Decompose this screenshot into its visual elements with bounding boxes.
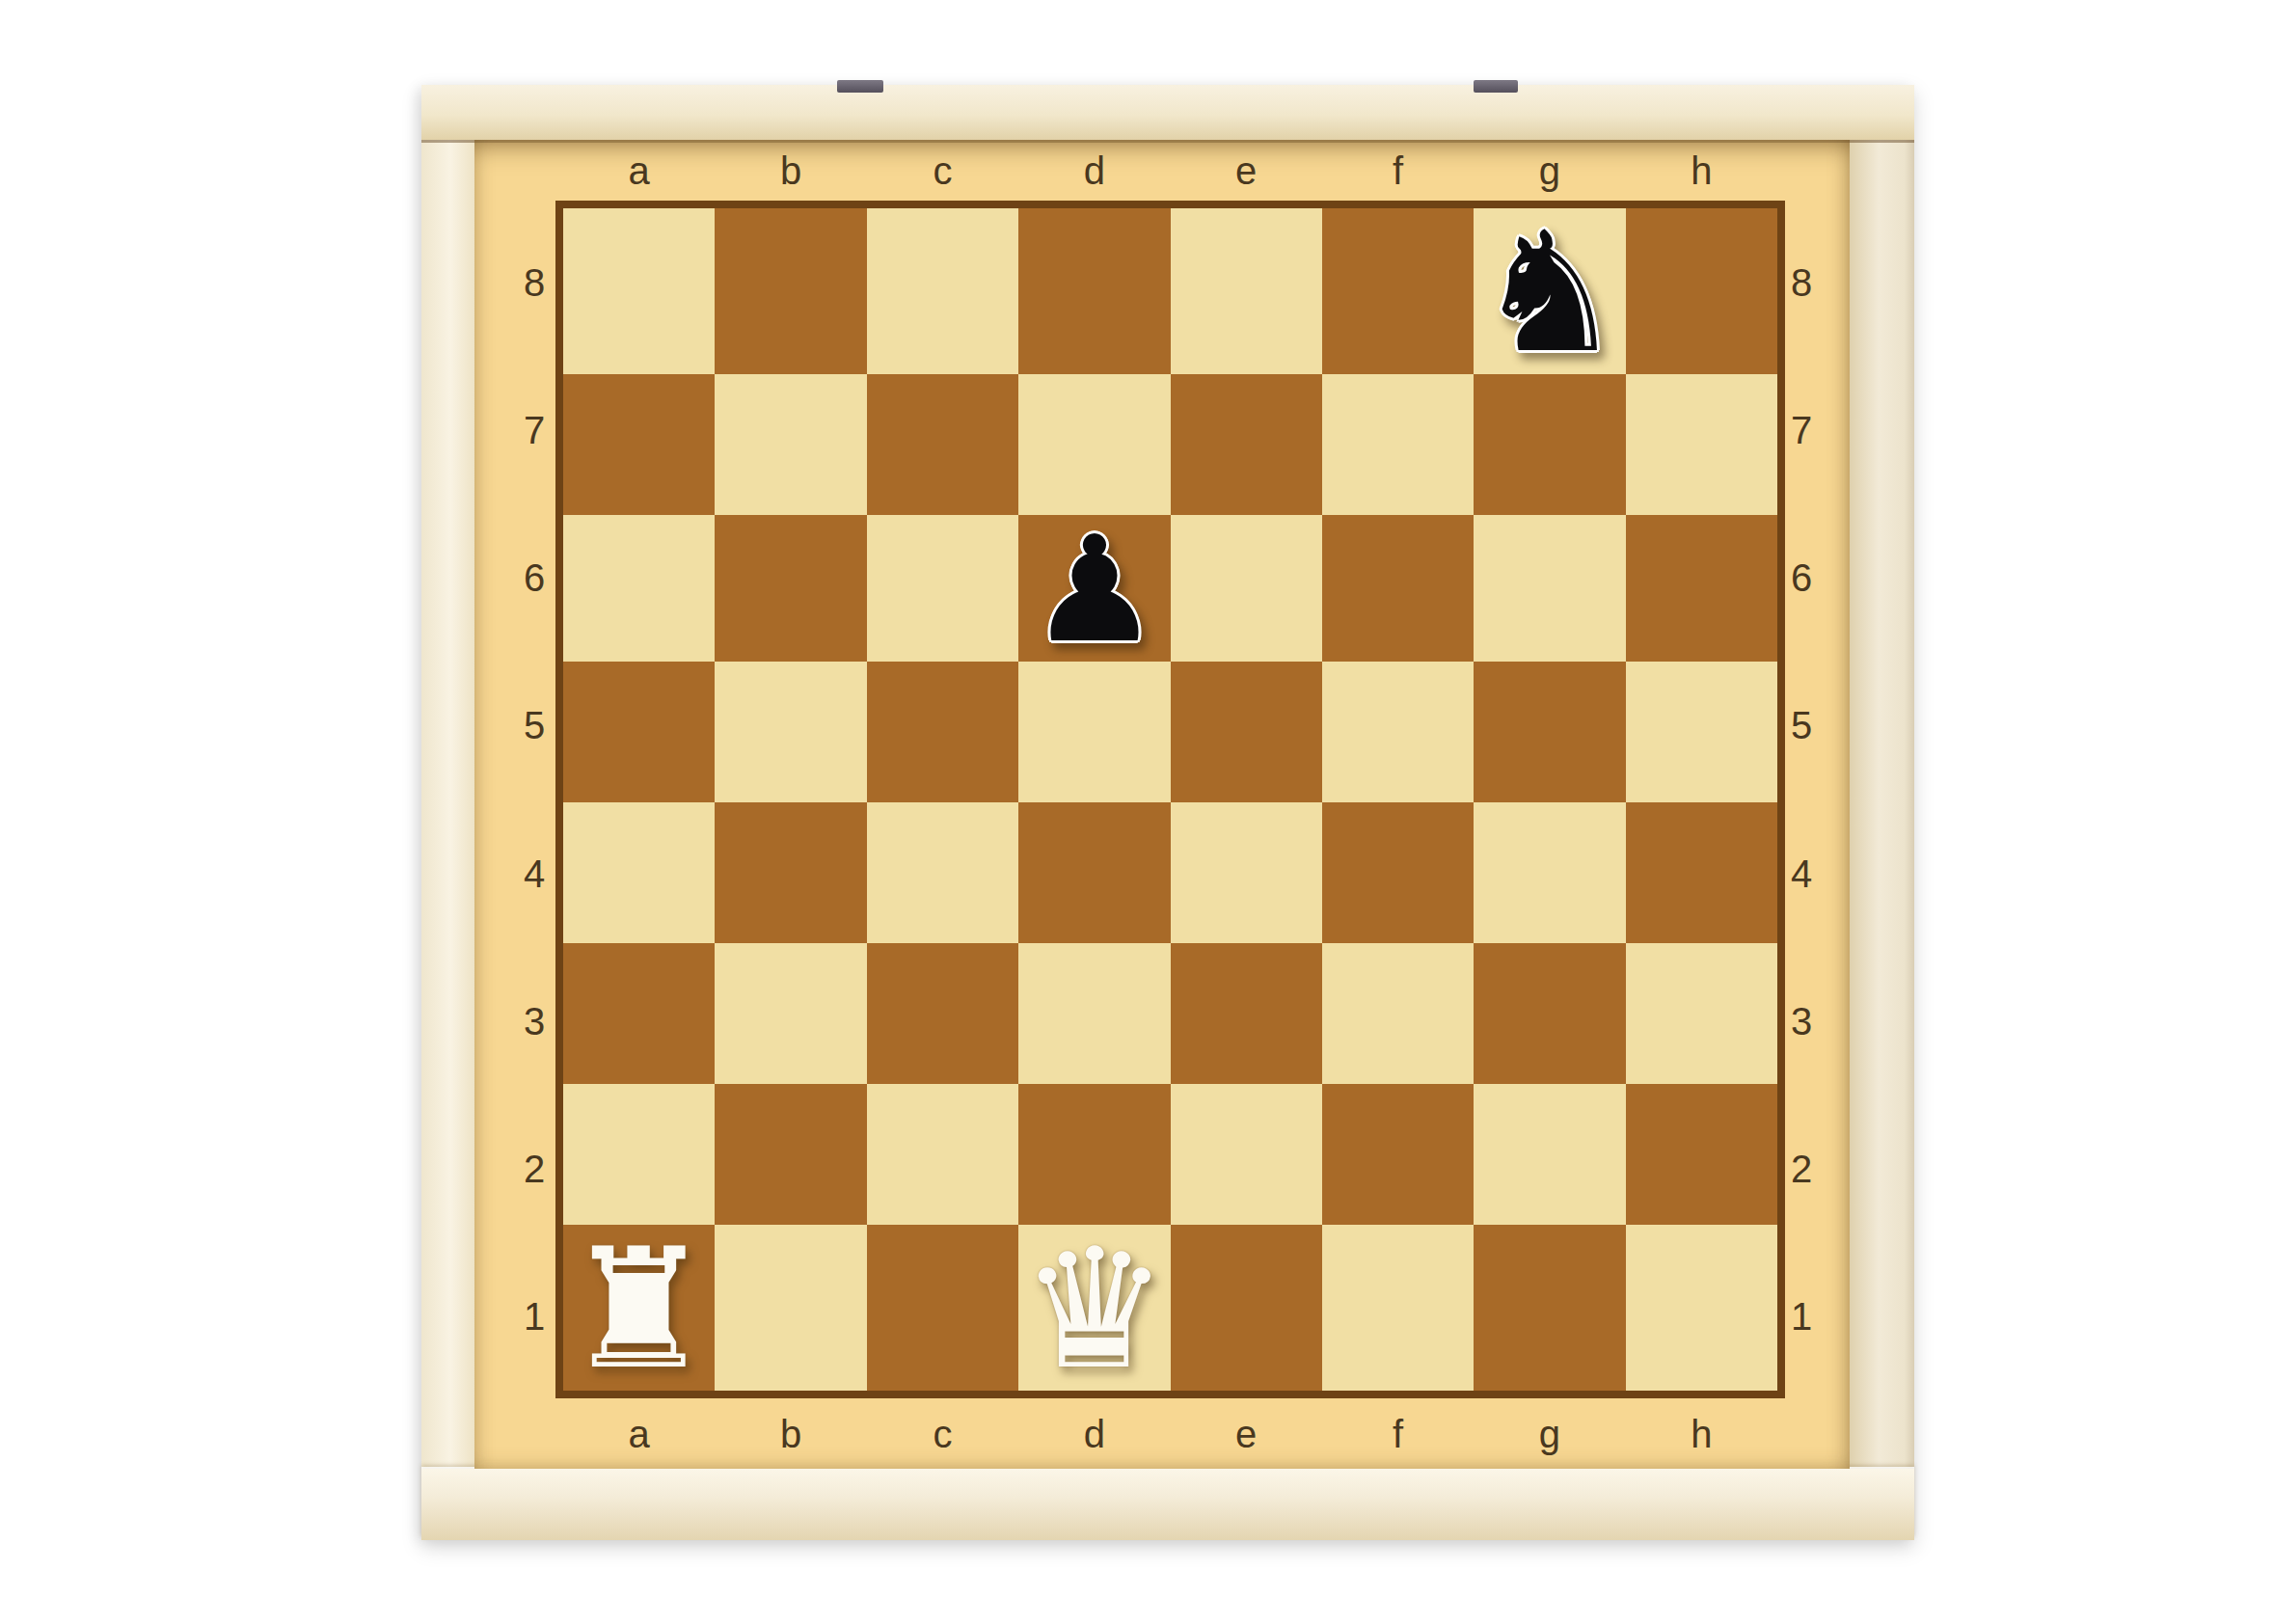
- square-f1[interactable]: [1322, 1225, 1474, 1391]
- square-g7[interactable]: [1474, 374, 1625, 515]
- file-label-h: h: [1626, 1415, 1777, 1453]
- square-e2[interactable]: [1171, 1084, 1322, 1225]
- square-g2[interactable]: [1474, 1084, 1625, 1225]
- square-e5[interactable]: [1171, 662, 1322, 802]
- file-label-g: g: [1474, 151, 1625, 190]
- chess-board: ♞♟♜♛: [563, 208, 1777, 1391]
- file-label-a: a: [563, 1415, 715, 1453]
- file-label-d: d: [1018, 1415, 1170, 1453]
- board-face: abcdefgh abcdefgh 87654321 87654321 ♞♟♜♛: [474, 140, 1850, 1469]
- square-h7[interactable]: [1626, 374, 1777, 515]
- square-d3[interactable]: [1018, 943, 1170, 1084]
- file-label-e: e: [1171, 151, 1322, 190]
- file-labels-bottom: abcdefgh: [563, 1409, 1777, 1459]
- square-a2[interactable]: [563, 1084, 715, 1225]
- square-a6[interactable]: [563, 515, 715, 662]
- file-label-h: h: [1626, 151, 1777, 190]
- file-label-b: b: [715, 1415, 866, 1453]
- file-label-c: c: [867, 1415, 1018, 1453]
- rank-labels-right: 87654321: [1785, 208, 1818, 1391]
- square-d4[interactable]: [1018, 802, 1170, 943]
- square-g8[interactable]: ♞: [1474, 208, 1625, 374]
- square-e7[interactable]: [1171, 374, 1322, 515]
- square-d1[interactable]: ♛: [1018, 1225, 1170, 1391]
- file-label-a: a: [563, 151, 715, 190]
- square-f4[interactable]: [1322, 802, 1474, 943]
- square-a7[interactable]: [563, 374, 715, 515]
- white-queen-d1[interactable]: ♛: [1020, 1227, 1169, 1393]
- square-a3[interactable]: [563, 943, 715, 1084]
- square-a8[interactable]: [563, 208, 715, 374]
- square-g4[interactable]: [1474, 802, 1625, 943]
- square-c8[interactable]: [867, 208, 1018, 374]
- frame-rail-left: [421, 85, 474, 1540]
- square-f7[interactable]: [1322, 374, 1474, 515]
- rank-label-7: 7: [1785, 356, 1818, 503]
- square-e3[interactable]: [1171, 943, 1322, 1084]
- square-e8[interactable]: [1171, 208, 1322, 374]
- square-f6[interactable]: [1322, 515, 1474, 662]
- rank-label-4: 4: [1785, 799, 1818, 947]
- square-b7[interactable]: [715, 374, 866, 515]
- square-c6[interactable]: [867, 515, 1018, 662]
- screenshot-canvas: abcdefgh abcdefgh 87654321 87654321 ♞♟♜♛: [0, 0, 2273, 1624]
- wooden-frame: abcdefgh abcdefgh 87654321 87654321 ♞♟♜♛: [421, 85, 1914, 1540]
- square-h3[interactable]: [1626, 943, 1777, 1084]
- rank-label-2: 2: [1785, 1096, 1818, 1243]
- frame-rail-bottom: [421, 1469, 1914, 1540]
- file-label-g: g: [1474, 1415, 1625, 1453]
- hanger-hardware-icon: [1474, 80, 1518, 93]
- rank-label-6: 6: [1785, 504, 1818, 652]
- file-labels-top: abcdefgh: [563, 148, 1777, 194]
- frame-rail-top: [421, 85, 1914, 140]
- white-rook-a1[interactable]: ♜: [565, 1227, 714, 1393]
- rank-label-3: 3: [1785, 947, 1818, 1095]
- square-e6[interactable]: [1171, 515, 1322, 662]
- square-b2[interactable]: [715, 1084, 866, 1225]
- square-h8[interactable]: [1626, 208, 1777, 374]
- square-c1[interactable]: [867, 1225, 1018, 1391]
- square-e4[interactable]: [1171, 802, 1322, 943]
- square-h5[interactable]: [1626, 662, 1777, 802]
- square-d5[interactable]: [1018, 662, 1170, 802]
- square-f3[interactable]: [1322, 943, 1474, 1084]
- file-label-f: f: [1322, 151, 1474, 190]
- rank-label-1: 1: [1785, 1243, 1818, 1391]
- file-label-f: f: [1322, 1415, 1474, 1453]
- square-b8[interactable]: [715, 208, 866, 374]
- square-g5[interactable]: [1474, 662, 1625, 802]
- square-h1[interactable]: [1626, 1225, 1777, 1391]
- square-d2[interactable]: [1018, 1084, 1170, 1225]
- rank-label-5: 5: [1785, 652, 1818, 799]
- square-g6[interactable]: [1474, 515, 1625, 662]
- square-a5[interactable]: [563, 662, 715, 802]
- square-d8[interactable]: [1018, 208, 1170, 374]
- square-c5[interactable]: [867, 662, 1018, 802]
- square-c3[interactable]: [867, 943, 1018, 1084]
- board-border: ♞♟♜♛: [555, 201, 1785, 1398]
- square-b6[interactable]: [715, 515, 866, 662]
- black-pawn-d6[interactable]: ♟: [1029, 517, 1160, 663]
- square-c2[interactable]: [867, 1084, 1018, 1225]
- square-e1[interactable]: [1171, 1225, 1322, 1391]
- square-b1[interactable]: [715, 1225, 866, 1391]
- square-c7[interactable]: [867, 374, 1018, 515]
- rank-label-8: 8: [1785, 208, 1818, 356]
- square-c4[interactable]: [867, 802, 1018, 943]
- square-b3[interactable]: [715, 943, 866, 1084]
- square-f8[interactable]: [1322, 208, 1474, 374]
- square-h4[interactable]: [1626, 802, 1777, 943]
- hanger-hardware-icon: [837, 80, 883, 93]
- file-label-d: d: [1018, 151, 1170, 190]
- square-g1[interactable]: [1474, 1225, 1625, 1391]
- frame-rail-right: [1850, 85, 1914, 1540]
- square-h2[interactable]: [1626, 1084, 1777, 1225]
- file-label-e: e: [1171, 1415, 1322, 1453]
- square-h6[interactable]: [1626, 515, 1777, 662]
- file-label-b: b: [715, 151, 866, 190]
- square-a4[interactable]: [563, 802, 715, 943]
- square-f2[interactable]: [1322, 1084, 1474, 1225]
- square-f5[interactable]: [1322, 662, 1474, 802]
- square-b4[interactable]: [715, 802, 866, 943]
- black-knight-g8[interactable]: ♞: [1475, 210, 1624, 376]
- square-g3[interactable]: [1474, 943, 1625, 1084]
- square-d7[interactable]: [1018, 374, 1170, 515]
- file-label-c: c: [867, 151, 1018, 190]
- square-a1[interactable]: ♜: [563, 1225, 715, 1391]
- square-b5[interactable]: [715, 662, 866, 802]
- square-d6[interactable]: ♟: [1018, 515, 1170, 662]
